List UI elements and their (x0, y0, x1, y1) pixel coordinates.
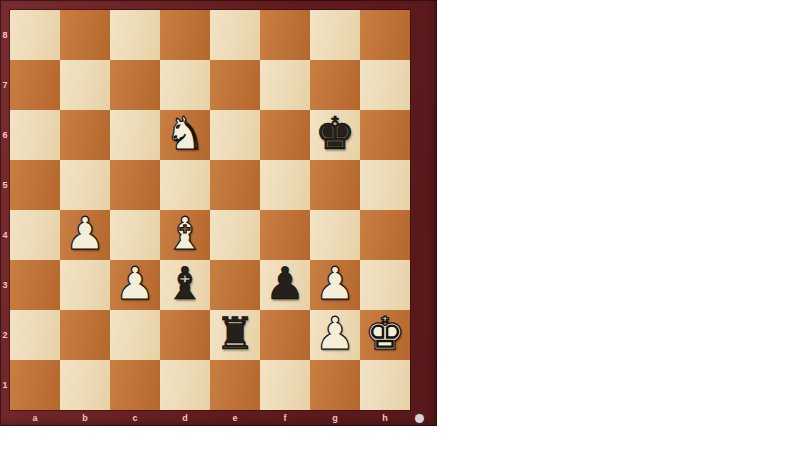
square-b2[interactable] (60, 310, 110, 360)
square-g1[interactable] (310, 360, 360, 410)
square-e2[interactable]: ♜ (210, 310, 260, 360)
square-f1[interactable] (260, 360, 310, 410)
file-label-g: g (310, 410, 360, 426)
square-a3[interactable] (10, 260, 60, 310)
square-h4[interactable] (360, 210, 410, 260)
square-a6[interactable] (10, 110, 60, 160)
square-c2[interactable] (110, 310, 160, 360)
square-f2[interactable] (260, 310, 310, 360)
rank-label-8: 8 (0, 10, 10, 60)
square-b7[interactable] (60, 60, 110, 110)
rank-label-5: 5 (0, 160, 10, 210)
page-background: ♞♚♟♝♟♝♟♟♜♟♚ 87654321 abcdefgh (0, 0, 800, 450)
square-f8[interactable] (260, 10, 310, 60)
file-label-f: f (260, 410, 310, 426)
square-b6[interactable] (60, 110, 110, 160)
square-h2[interactable]: ♚ (360, 310, 410, 360)
square-c1[interactable] (110, 360, 160, 410)
square-e4[interactable] (210, 210, 260, 260)
square-h8[interactable] (360, 10, 410, 60)
square-a7[interactable] (10, 60, 60, 110)
piece-black-pawn-f3[interactable]: ♟ (265, 261, 305, 306)
rank-label-6: 6 (0, 110, 10, 160)
square-e6[interactable] (210, 110, 260, 160)
square-f3[interactable]: ♟ (260, 260, 310, 310)
square-d7[interactable] (160, 60, 210, 110)
square-a2[interactable] (10, 310, 60, 360)
piece-white-king-h2[interactable]: ♚ (365, 311, 405, 356)
piece-white-knight-d6[interactable]: ♞ (165, 111, 205, 156)
file-label-b: b (60, 410, 110, 426)
square-c7[interactable] (110, 60, 160, 110)
square-e3[interactable] (210, 260, 260, 310)
piece-black-bishop-d3[interactable]: ♝ (165, 261, 205, 306)
square-g3[interactable]: ♟ (310, 260, 360, 310)
square-d4[interactable]: ♝ (160, 210, 210, 260)
square-g8[interactable] (310, 10, 360, 60)
piece-white-bishop-d4[interactable]: ♝ (165, 211, 205, 256)
square-g5[interactable] (310, 160, 360, 210)
square-g4[interactable] (310, 210, 360, 260)
square-h6[interactable] (360, 110, 410, 160)
file-label-a: a (10, 410, 60, 426)
square-f4[interactable] (260, 210, 310, 260)
piece-black-king-g6[interactable]: ♚ (315, 111, 355, 156)
file-label-c: c (110, 410, 160, 426)
square-d3[interactable]: ♝ (160, 260, 210, 310)
piece-white-pawn-g3[interactable]: ♟ (315, 261, 355, 306)
square-e1[interactable] (210, 360, 260, 410)
square-e8[interactable] (210, 10, 260, 60)
piece-white-pawn-g2[interactable]: ♟ (315, 311, 355, 356)
square-c8[interactable] (110, 10, 160, 60)
square-d5[interactable] (160, 160, 210, 210)
square-e7[interactable] (210, 60, 260, 110)
board-grid: ♞♚♟♝♟♝♟♟♜♟♚ (10, 10, 410, 410)
square-h1[interactable] (360, 360, 410, 410)
square-c6[interactable] (110, 110, 160, 160)
square-f7[interactable] (260, 60, 310, 110)
square-g6[interactable]: ♚ (310, 110, 360, 160)
square-c5[interactable] (110, 160, 160, 210)
square-h3[interactable] (360, 260, 410, 310)
square-a5[interactable] (10, 160, 60, 210)
square-d6[interactable]: ♞ (160, 110, 210, 160)
square-a8[interactable] (10, 10, 60, 60)
square-h7[interactable] (360, 60, 410, 110)
rank-label-4: 4 (0, 210, 10, 260)
square-b1[interactable] (60, 360, 110, 410)
file-label-e: e (210, 410, 260, 426)
piece-black-rook-e2[interactable]: ♜ (215, 311, 255, 356)
file-label-d: d (160, 410, 210, 426)
square-b8[interactable] (60, 10, 110, 60)
file-label-h: h (360, 410, 410, 426)
side-to-move-indicator (415, 414, 424, 423)
piece-white-pawn-c3[interactable]: ♟ (115, 261, 155, 306)
rank-label-7: 7 (0, 60, 10, 110)
rank-label-2: 2 (0, 310, 10, 360)
square-c3[interactable]: ♟ (110, 260, 160, 310)
square-g2[interactable]: ♟ (310, 310, 360, 360)
square-b5[interactable] (60, 160, 110, 210)
piece-white-pawn-b4[interactable]: ♟ (65, 211, 105, 256)
square-h5[interactable] (360, 160, 410, 210)
rank-label-3: 3 (0, 260, 10, 310)
square-e5[interactable] (210, 160, 260, 210)
square-b4[interactable]: ♟ (60, 210, 110, 260)
rank-label-1: 1 (0, 360, 10, 410)
square-d1[interactable] (160, 360, 210, 410)
square-g7[interactable] (310, 60, 360, 110)
square-d8[interactable] (160, 10, 210, 60)
square-c4[interactable] (110, 210, 160, 260)
square-f5[interactable] (260, 160, 310, 210)
square-f6[interactable] (260, 110, 310, 160)
chess-board: ♞♚♟♝♟♝♟♟♜♟♚ 87654321 abcdefgh (0, 0, 437, 426)
square-b3[interactable] (60, 260, 110, 310)
square-a1[interactable] (10, 360, 60, 410)
square-a4[interactable] (10, 210, 60, 260)
square-d2[interactable] (160, 310, 210, 360)
